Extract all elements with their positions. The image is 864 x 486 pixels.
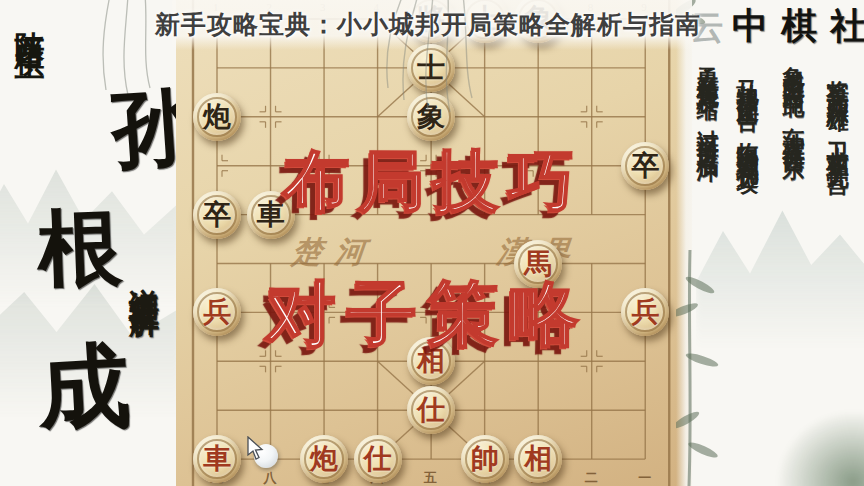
file-label-bottom: 二 bbox=[585, 469, 598, 486]
calligraphy-name-char: 孙 bbox=[108, 69, 176, 189]
calligraphy-name-char: 根 bbox=[36, 191, 124, 308]
piece-red-f7r10[interactable]: 相 bbox=[514, 435, 562, 483]
piece-red-f1r10[interactable]: 車 bbox=[193, 435, 241, 483]
piece-glyph: 炮 bbox=[203, 103, 231, 131]
piece-black-f1r5[interactable]: 卒 bbox=[193, 191, 241, 239]
piece-black-f1r3[interactable]: 炮 bbox=[193, 93, 241, 141]
piece-glyph: 相 bbox=[524, 445, 552, 473]
piece-red-f3r10[interactable]: 炮 bbox=[300, 435, 348, 483]
piece-glyph: 仕 bbox=[364, 445, 392, 473]
piece-glyph: 兵 bbox=[631, 298, 659, 326]
xiangqi-board[interactable]: 楚河 漢界 123456789 九八七六五四三二一 將士象士象炮卒卒車馬兵兵相仕… bbox=[172, 0, 692, 486]
piece-black-f5r3[interactable]: 象 bbox=[407, 93, 455, 141]
piece-glyph: 帥 bbox=[471, 445, 499, 473]
piece-glyph: 仕 bbox=[417, 396, 445, 424]
ink-mountains-right bbox=[696, 180, 864, 350]
piece-glyph: 卒 bbox=[203, 201, 231, 229]
piece-black-f9r4[interactable]: 卒 bbox=[621, 142, 669, 190]
left-tagline: 详细复盘讲解 bbox=[128, 264, 161, 288]
calligraphy-name-char: 成 bbox=[35, 324, 133, 453]
piece-black-f5r2[interactable]: 士 bbox=[407, 44, 455, 92]
piece-glyph: 車 bbox=[257, 201, 285, 229]
cursor-arrow-icon bbox=[246, 436, 268, 462]
piece-red-f4r10[interactable]: 仕 bbox=[354, 435, 402, 483]
right-calligraphy-panel: 云 中棋社 将军元帅两称雄。卫士相亚护九宫 象越方田跨南北。车冲直道任西东 马驰… bbox=[676, 0, 864, 486]
file-label-bottom: 一 bbox=[638, 469, 651, 486]
banner-exchange-strategy: 对子策略 bbox=[266, 268, 590, 362]
piece-glyph: 士 bbox=[417, 54, 445, 82]
left-corner-title: 陕西棋王 bbox=[12, 8, 47, 36]
banner-opening-skills: 布局技巧 bbox=[283, 137, 583, 227]
piece-glyph: 車 bbox=[203, 445, 231, 473]
poem-column: 象越方田跨南北。车冲直道任西东 bbox=[780, 48, 808, 145]
piece-glyph: 卒 bbox=[631, 152, 659, 180]
screenshot-stage: 楚河 漢界 123456789 九八七六五四三二一 將士象士象炮卒卒車馬兵兵相仕… bbox=[0, 0, 864, 486]
mouse-cursor bbox=[246, 436, 286, 476]
page-title: 新手攻略宝典：小小城邦开局策略全解析与指南 bbox=[155, 8, 725, 41]
piece-red-f5r9[interactable]: 仕 bbox=[407, 386, 455, 434]
piece-glyph: 炮 bbox=[310, 445, 338, 473]
poem-column: 勇卒精兵无畏缩。过河前进可横冲 bbox=[694, 50, 722, 147]
piece-glyph: 象 bbox=[417, 103, 445, 131]
river-label-chu: 楚河 bbox=[290, 232, 380, 273]
ink-trees bbox=[776, 410, 864, 486]
left-calligraphy-panel: 陕西棋王 孙 根 成 详细复盘讲解 bbox=[0, 0, 176, 486]
file-label-bottom: 五 bbox=[424, 469, 437, 486]
right-panel-header: 中棋社 bbox=[732, 2, 864, 51]
poem-column: 将军元帅两称雄。卫士相亚护九宫 bbox=[824, 62, 852, 159]
poem-column: 马驰捷径迂围合。炮隔重城利远攻 bbox=[734, 62, 762, 159]
piece-red-f6r10[interactable]: 帥 bbox=[461, 435, 509, 483]
piece-glyph: 兵 bbox=[203, 298, 231, 326]
